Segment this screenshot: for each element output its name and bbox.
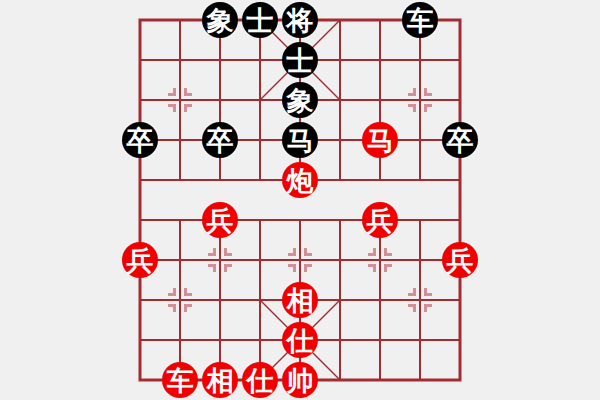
piece-red-elephant[interactable]: 相 (282, 282, 318, 318)
piece-black-advisor[interactable]: 士 (282, 42, 318, 78)
piece-black-soldier[interactable]: 卒 (442, 122, 478, 158)
piece-red-advisor[interactable]: 仕 (242, 362, 278, 398)
piece-red-soldier[interactable]: 兵 (442, 242, 478, 278)
piece-black-soldier[interactable]: 卒 (202, 122, 238, 158)
piece-black-elephant[interactable]: 象 (282, 82, 318, 118)
piece-black-horse[interactable]: 马 (282, 122, 318, 158)
piece-black-soldier[interactable]: 卒 (122, 122, 158, 158)
piece-black-general[interactable]: 将 (282, 2, 318, 38)
piece-black-elephant[interactable]: 象 (202, 2, 238, 38)
piece-red-chariot[interactable]: 车 (162, 362, 198, 398)
piece-red-soldier[interactable]: 兵 (122, 242, 158, 278)
piece-black-advisor[interactable]: 士 (242, 2, 278, 38)
piece-red-cannon[interactable]: 炮 (282, 162, 318, 198)
piece-black-chariot[interactable]: 车 (402, 2, 438, 38)
piece-red-general[interactable]: 帅 (282, 362, 318, 398)
xiangqi-board: 象士将车士象卒卒马卒马炮兵兵兵兵相仕车相仕帅 (0, 0, 600, 400)
piece-red-soldier[interactable]: 兵 (202, 202, 238, 238)
piece-red-elephant[interactable]: 相 (202, 362, 238, 398)
piece-red-soldier[interactable]: 兵 (362, 202, 398, 238)
piece-red-advisor[interactable]: 仕 (282, 322, 318, 358)
piece-red-horse[interactable]: 马 (362, 122, 398, 158)
